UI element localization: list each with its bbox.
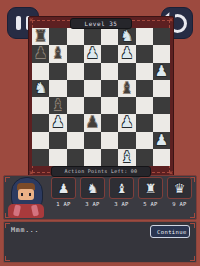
square-b1[interactable] xyxy=(49,149,66,166)
black-bishop-piece: ♝ xyxy=(118,80,135,97)
square-e8[interactable] xyxy=(101,28,118,45)
black-pawn-piece: ♟ xyxy=(32,45,49,62)
square-e3[interactable] xyxy=(101,114,118,131)
shop-item-pawn: ♟1 AP xyxy=(51,177,76,207)
level-badge: Level 35 xyxy=(70,18,132,29)
square-g5[interactable] xyxy=(136,80,153,97)
buy-queen-button[interactable]: ♛ xyxy=(167,177,192,199)
square-g8[interactable] xyxy=(136,28,153,45)
white-pawn-piece: ♟ xyxy=(118,114,135,131)
square-g3[interactable] xyxy=(136,114,153,131)
board-frame: × × × × Level 35 ♜♞♟♝♟♟♟♞♝♝♟♟♟♟♝ Action … xyxy=(28,16,174,177)
square-a2[interactable] xyxy=(32,132,49,149)
square-d1[interactable] xyxy=(84,149,101,166)
pause-icon xyxy=(16,16,21,30)
white-pawn-piece: ♟ xyxy=(49,114,66,131)
square-c3[interactable] xyxy=(67,114,84,131)
square-c5[interactable] xyxy=(67,80,84,97)
white-knight-piece: ♞ xyxy=(32,80,49,97)
shop-item-queen: ♛9 AP xyxy=(167,177,192,207)
square-a5[interactable]: ♞ xyxy=(32,80,49,97)
white-knight-piece: ♞ xyxy=(118,28,135,45)
square-h3[interactable] xyxy=(153,114,170,131)
chess-board: ♜♞♟♝♟♟♟♞♝♝♟♟♟♟♝ xyxy=(32,28,170,166)
square-e6[interactable] xyxy=(101,63,118,80)
white-pawn-piece: ♟ xyxy=(118,45,135,62)
square-a7[interactable]: ♟ xyxy=(32,45,49,62)
square-f3[interactable]: ♟ xyxy=(118,114,135,131)
queen-cost-label: 9 AP xyxy=(167,201,192,207)
square-h2[interactable]: ♟ xyxy=(153,132,170,149)
shop-item-rook: ♜5 AP xyxy=(138,177,163,207)
square-c4[interactable] xyxy=(67,97,84,114)
square-g1[interactable] xyxy=(136,149,153,166)
rook-icon: ♜ xyxy=(145,182,157,195)
continue-button[interactable]: Continue xyxy=(150,225,190,238)
square-a1[interactable] xyxy=(32,149,49,166)
square-h4[interactable] xyxy=(153,97,170,114)
frame-corner-ornament: × xyxy=(169,17,173,23)
square-g4[interactable] xyxy=(136,97,153,114)
square-f5[interactable]: ♝ xyxy=(118,80,135,97)
square-f4[interactable] xyxy=(118,97,135,114)
square-b5[interactable] xyxy=(49,80,66,97)
black-pawn-piece: ♟ xyxy=(84,114,101,131)
square-b2[interactable] xyxy=(49,132,66,149)
buy-bishop-button[interactable]: ♝ xyxy=(109,177,134,199)
game-screen: × × × × Level 35 ♜♞♟♝♟♟♟♞♝♝♟♟♟♟♝ Action … xyxy=(0,0,200,266)
square-g7[interactable] xyxy=(136,45,153,62)
square-a4[interactable] xyxy=(32,97,49,114)
white-bishop-piece: ♝ xyxy=(118,149,135,166)
bishop-cost-label: 3 AP xyxy=(109,201,134,207)
queen-icon: ♛ xyxy=(174,182,186,195)
square-h6[interactable]: ♟ xyxy=(153,63,170,80)
square-c6[interactable] xyxy=(67,63,84,80)
square-f2[interactable] xyxy=(118,132,135,149)
pawn-cost-label: 1 AP xyxy=(51,201,76,207)
square-e5[interactable] xyxy=(101,80,118,97)
square-b3[interactable]: ♟ xyxy=(49,114,66,131)
shop-item-knight: ♞3 AP xyxy=(80,177,105,207)
action-points-label: Action Points Left: 00 xyxy=(51,166,151,177)
shop-items: ♟1 AP♞3 AP♝3 AP♜5 AP♛9 AP xyxy=(4,176,196,219)
square-f6[interactable] xyxy=(118,63,135,80)
square-e2[interactable] xyxy=(101,132,118,149)
frame-corner-ornament: × xyxy=(29,17,33,23)
buy-pawn-button[interactable]: ♟ xyxy=(51,177,76,199)
square-d8[interactable] xyxy=(84,28,101,45)
dialog-box: Mmm... Continue xyxy=(3,221,197,263)
square-a3[interactable] xyxy=(32,114,49,131)
square-d3[interactable]: ♟ xyxy=(84,114,101,131)
square-b8[interactable] xyxy=(49,28,66,45)
white-pawn-piece: ♟ xyxy=(153,63,170,80)
square-h7[interactable] xyxy=(153,45,170,62)
square-h8[interactable] xyxy=(153,28,170,45)
square-e4[interactable] xyxy=(101,97,118,114)
square-a8[interactable]: ♜ xyxy=(32,28,49,45)
knight-icon: ♞ xyxy=(87,182,99,195)
square-g6[interactable] xyxy=(136,63,153,80)
square-d7[interactable]: ♟ xyxy=(84,45,101,62)
buy-rook-button[interactable]: ♜ xyxy=(138,177,163,199)
square-b6[interactable] xyxy=(49,63,66,80)
square-h1[interactable] xyxy=(153,149,170,166)
square-c1[interactable] xyxy=(67,149,84,166)
square-d6[interactable] xyxy=(84,63,101,80)
bishop-icon: ♝ xyxy=(116,182,128,195)
square-d4[interactable] xyxy=(84,97,101,114)
white-pawn-piece: ♟ xyxy=(153,132,170,149)
square-c7[interactable] xyxy=(67,45,84,62)
buy-knight-button[interactable]: ♞ xyxy=(80,177,105,199)
square-a6[interactable] xyxy=(32,63,49,80)
square-d2[interactable] xyxy=(84,132,101,149)
square-h5[interactable] xyxy=(153,80,170,97)
piece-shop-panel: ♟1 AP♞3 AP♝3 AP♜5 AP♛9 AP xyxy=(3,175,197,220)
square-e7[interactable] xyxy=(101,45,118,62)
square-e1[interactable] xyxy=(101,149,118,166)
black-bishop-piece: ♝ xyxy=(49,97,66,114)
shop-item-bishop: ♝3 AP xyxy=(109,177,134,207)
black-bishop-piece: ♝ xyxy=(49,45,66,62)
square-c2[interactable] xyxy=(67,132,84,149)
square-d5[interactable] xyxy=(84,80,101,97)
pawn-icon: ♟ xyxy=(58,182,70,195)
square-b7[interactable]: ♝ xyxy=(49,45,66,62)
square-f1[interactable]: ♝ xyxy=(118,149,135,166)
square-g2[interactable] xyxy=(136,132,153,149)
square-f7[interactable]: ♟ xyxy=(118,45,135,62)
dialog-text: Mmm... xyxy=(11,226,39,234)
square-b4[interactable]: ♝ xyxy=(49,97,66,114)
rook-cost-label: 5 AP xyxy=(138,201,163,207)
white-pawn-piece: ♟ xyxy=(84,45,101,62)
square-f8[interactable]: ♞ xyxy=(118,28,135,45)
knight-cost-label: 3 AP xyxy=(80,201,105,207)
square-c8[interactable] xyxy=(67,28,84,45)
black-rook-piece: ♜ xyxy=(32,28,49,45)
